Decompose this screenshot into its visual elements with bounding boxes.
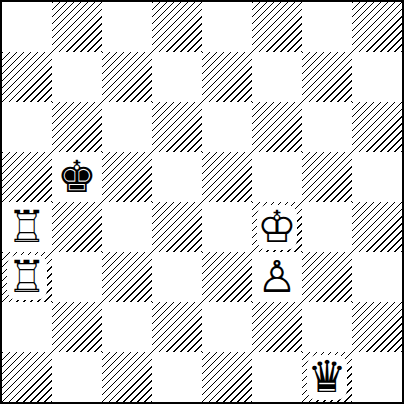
square-d3[interactable] [152, 252, 202, 302]
square-c2[interactable] [102, 302, 152, 352]
square-a5[interactable] [2, 152, 52, 202]
square-h7[interactable] [352, 52, 402, 102]
square-a3[interactable]: ♖ [2, 252, 52, 302]
square-e4[interactable] [202, 202, 252, 252]
square-f4[interactable]: ♔ [252, 202, 302, 252]
square-g4[interactable] [302, 202, 352, 252]
square-f1[interactable] [252, 352, 302, 402]
square-f7[interactable] [252, 52, 302, 102]
square-a2[interactable] [2, 302, 52, 352]
square-e2[interactable] [202, 302, 252, 352]
square-b4[interactable] [52, 202, 102, 252]
square-a8[interactable] [2, 2, 52, 52]
square-d6[interactable] [152, 102, 202, 152]
square-b6[interactable] [52, 102, 102, 152]
square-f8[interactable] [252, 2, 302, 52]
square-a1[interactable] [2, 352, 52, 402]
square-g8[interactable] [302, 2, 352, 52]
square-e6[interactable] [202, 102, 252, 152]
square-f5[interactable] [252, 152, 302, 202]
square-a4[interactable]: ♖ [2, 202, 52, 252]
square-d1[interactable] [152, 352, 202, 402]
square-g3[interactable] [302, 252, 352, 302]
square-h6[interactable] [352, 102, 402, 152]
square-d2[interactable] [152, 302, 202, 352]
square-b5[interactable]: ♚ [52, 152, 102, 202]
square-e7[interactable] [202, 52, 252, 102]
square-b1[interactable] [52, 352, 102, 402]
chess-board: ♚♖♔♖♙♛ [0, 0, 404, 404]
square-h1[interactable] [352, 352, 402, 402]
square-g7[interactable] [302, 52, 352, 102]
square-b8[interactable] [52, 2, 102, 52]
square-e1[interactable] [202, 352, 252, 402]
square-c3[interactable] [102, 252, 152, 302]
piece-white-king: ♔ [257, 205, 297, 250]
square-f6[interactable] [252, 102, 302, 152]
piece-white-rook: ♖ [7, 205, 46, 249]
piece-black-queen: ♛ [307, 355, 347, 400]
square-e5[interactable] [202, 152, 252, 202]
square-f2[interactable] [252, 302, 302, 352]
square-g2[interactable] [302, 302, 352, 352]
square-c4[interactable] [102, 202, 152, 252]
square-c7[interactable] [102, 52, 152, 102]
square-b2[interactable] [52, 302, 102, 352]
square-a6[interactable] [2, 102, 52, 152]
square-h4[interactable] [352, 202, 402, 252]
square-c5[interactable] [102, 152, 152, 202]
square-d5[interactable] [152, 152, 202, 202]
square-h5[interactable] [352, 152, 402, 202]
square-b7[interactable] [52, 52, 102, 102]
square-h2[interactable] [352, 302, 402, 352]
square-c8[interactable] [102, 2, 152, 52]
piece-black-king: ♚ [57, 155, 96, 199]
square-g1[interactable]: ♛ [302, 352, 352, 402]
piece-white-rook: ♖ [7, 255, 47, 300]
square-e8[interactable] [202, 2, 252, 52]
piece-white-pawn: ♙ [257, 255, 296, 299]
square-c6[interactable] [102, 102, 152, 152]
square-e3[interactable] [202, 252, 252, 302]
square-g5[interactable] [302, 152, 352, 202]
square-g6[interactable] [302, 102, 352, 152]
square-f3[interactable]: ♙ [252, 252, 302, 302]
square-c1[interactable] [102, 352, 152, 402]
square-d4[interactable] [152, 202, 202, 252]
square-h8[interactable] [352, 2, 402, 52]
square-d7[interactable] [152, 52, 202, 102]
square-b3[interactable] [52, 252, 102, 302]
square-h3[interactable] [352, 252, 402, 302]
square-a7[interactable] [2, 52, 52, 102]
chess-diagram: ♚♖♔♖♙♛ [0, 0, 404, 404]
square-d8[interactable] [152, 2, 202, 52]
